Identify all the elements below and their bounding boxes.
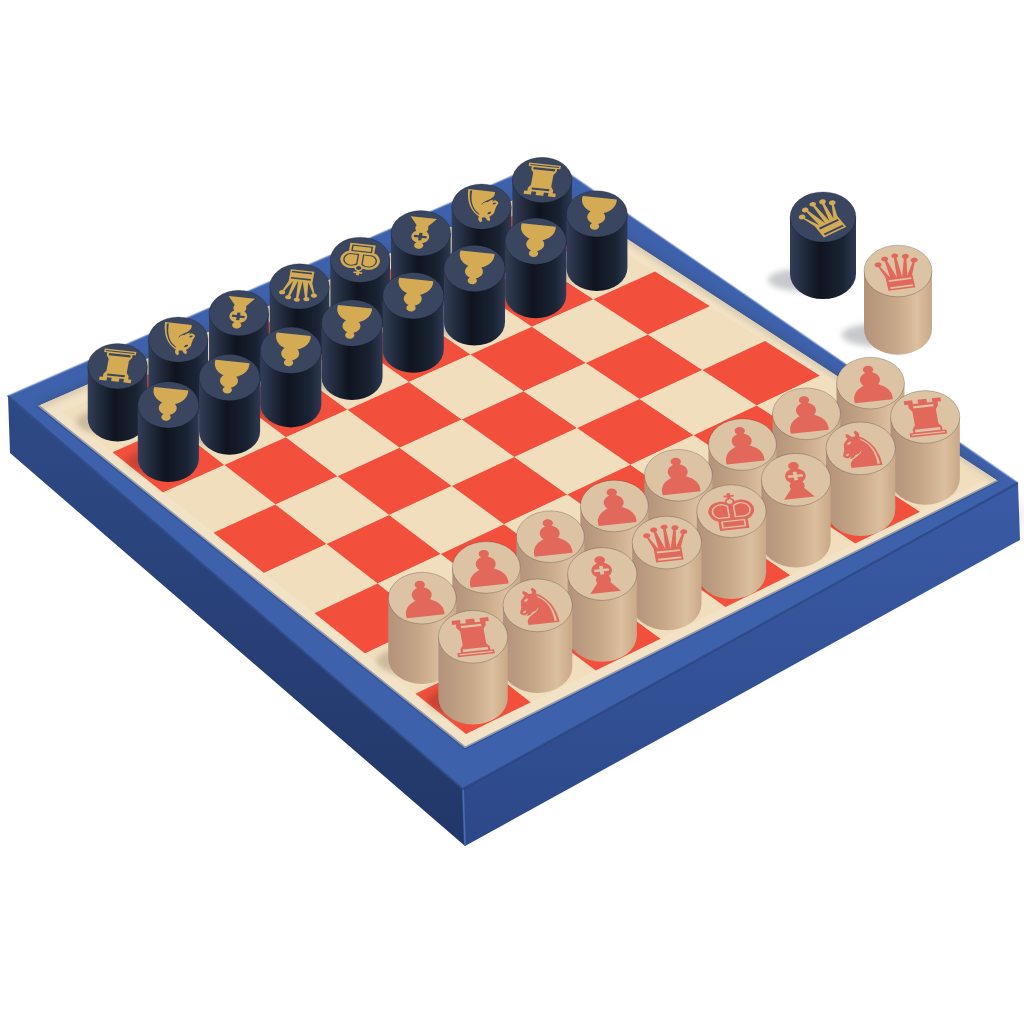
king-symbol-icon: ♚ <box>331 231 391 286</box>
rook-symbol-icon: ♜ <box>513 151 573 206</box>
bishop-symbol-icon: ♝ <box>209 284 269 339</box>
pawn-symbol-icon: ♟ <box>322 294 383 350</box>
chess-board-photo: ♜♞♟♛♝♟♚♟♛♛♟♝♟♞♟♜♟♟♟♟♜♟♞♟♝♟♚♟♛♟♝♟♞♜ <box>0 0 1024 1024</box>
piece-black-queen-offboard[interactable]: ♛ <box>768 183 867 299</box>
rook-symbol-icon: ♜ <box>439 606 508 670</box>
knight-symbol-icon: ♞ <box>826 418 895 482</box>
queen-symbol-icon: ♛ <box>863 240 933 304</box>
pawn-symbol-icon: ♟ <box>444 239 505 295</box>
rook-symbol-icon: ♜ <box>891 386 960 450</box>
knight-symbol-icon: ♞ <box>149 311 209 366</box>
pawn-symbol-icon: ♟ <box>505 212 566 268</box>
bishop-symbol-icon: ♝ <box>762 449 831 513</box>
knight-symbol-icon: ♞ <box>503 575 572 639</box>
queen-symbol-icon: ♛ <box>270 258 330 313</box>
pawn-symbol-icon: ♟ <box>567 185 628 241</box>
chess-set-scene: ♜♞♟♛♝♟♚♟♛♛♟♝♟♞♟♜♟♟♟♟♜♟♞♟♝♟♚♟♛♟♝♟♞♜ <box>0 0 1024 1024</box>
bishop-symbol-icon: ♝ <box>391 205 451 260</box>
pawn-symbol-icon: ♟ <box>199 349 260 405</box>
pawn-symbol-icon: ♟ <box>383 267 444 323</box>
king-symbol-icon: ♚ <box>697 481 766 545</box>
pawn-symbol-icon: ♟ <box>261 321 322 377</box>
queen-symbol-icon: ♛ <box>633 512 702 576</box>
knight-symbol-icon: ♞ <box>452 178 512 233</box>
pawn-symbol-icon: ♟ <box>138 376 199 432</box>
bishop-symbol-icon: ♝ <box>568 543 637 607</box>
rook-symbol-icon: ♜ <box>88 338 148 393</box>
